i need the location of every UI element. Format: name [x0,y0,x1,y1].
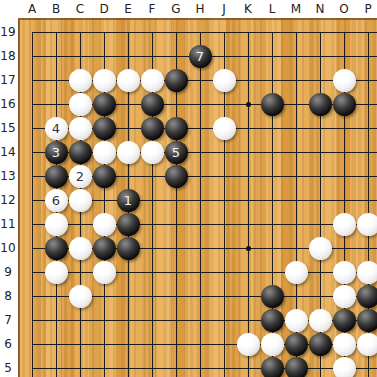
coord-label-left: 6 [0,337,16,351]
coord-label-left: 16 [0,97,16,111]
white-stone[interactable] [69,69,92,92]
white-stone[interactable] [333,285,356,308]
white-stone[interactable] [213,117,236,140]
black-stone-move-7[interactable]: 7 [189,45,212,68]
black-stone[interactable] [357,309,377,332]
black-stone[interactable] [357,285,377,308]
white-stone[interactable] [69,237,92,260]
coord-label-left: 15 [0,121,16,135]
black-stone-move-1[interactable]: 1 [117,189,140,212]
black-stone[interactable] [93,165,116,188]
white-stone[interactable] [213,69,236,92]
coord-label-top: E [119,2,137,16]
coord-label-top: N [311,2,329,16]
coord-label-top: J [215,2,233,16]
black-stone[interactable] [141,93,164,116]
black-stone[interactable] [45,165,68,188]
white-stone[interactable] [333,357,356,377]
white-stone[interactable] [357,333,377,356]
black-stone[interactable] [117,237,140,260]
white-stone[interactable] [69,117,92,140]
grid-line-horizontal [32,224,377,225]
go-app-window: ABCDEFGHJKLMNOP1918171615141312111098765… [0,0,377,377]
white-stone[interactable] [93,213,116,236]
white-stone[interactable] [285,309,308,332]
black-stone[interactable] [93,117,116,140]
coord-label-top: G [167,2,185,16]
white-stone[interactable] [69,285,92,308]
grid-line-horizontal [32,368,377,369]
black-stone[interactable] [261,309,284,332]
black-stone-move-3[interactable]: 3 [45,141,68,164]
coord-label-left: 5 [0,361,16,375]
black-stone[interactable] [261,285,284,308]
coord-label-top: H [191,2,209,16]
grid-line-horizontal [32,272,377,273]
black-stone[interactable] [333,93,356,116]
coord-label-top: C [71,2,89,16]
coord-label-top: A [23,2,41,16]
coord-label-left: 11 [0,217,16,231]
black-stone[interactable] [141,117,164,140]
coord-label-top: F [143,2,161,16]
white-stone[interactable] [333,261,356,284]
black-stone[interactable] [165,117,188,140]
coord-label-left: 17 [0,73,16,87]
black-stone[interactable] [165,165,188,188]
white-stone[interactable] [93,141,116,164]
white-stone[interactable] [117,141,140,164]
black-stone[interactable] [93,237,116,260]
white-stone[interactable] [309,237,332,260]
grid-line-horizontal [32,32,377,33]
black-stone[interactable] [69,141,92,164]
black-stone[interactable] [45,237,68,260]
star-point [246,102,251,107]
white-stone-move-4[interactable]: 4 [45,117,68,140]
grid-line-vertical [32,32,33,377]
black-stone[interactable] [333,309,356,332]
coord-label-top: O [335,2,353,16]
coord-label-top: D [95,2,113,16]
star-point [246,246,251,251]
white-stone-move-2[interactable]: 2 [69,165,92,188]
white-stone[interactable] [237,333,260,356]
white-stone[interactable] [261,333,284,356]
grid-line-vertical [200,32,201,377]
white-stone[interactable] [357,261,377,284]
coord-label-left: 12 [0,193,16,207]
black-stone[interactable] [309,93,332,116]
white-stone[interactable] [141,141,164,164]
grid-line-vertical [248,32,249,377]
coord-label-left: 13 [0,169,16,183]
white-stone[interactable] [69,189,92,212]
white-stone[interactable] [141,69,164,92]
white-stone[interactable] [45,261,68,284]
black-stone[interactable] [261,93,284,116]
white-stone[interactable] [93,261,116,284]
coord-label-left: 19 [0,25,16,39]
white-stone[interactable] [117,69,140,92]
coord-label-top: L [263,2,281,16]
coord-label-left: 8 [0,289,16,303]
white-stone[interactable] [285,261,308,284]
black-stone[interactable] [93,93,116,116]
black-stone[interactable] [285,357,308,377]
coord-label-top: P [359,2,377,16]
coord-label-left: 18 [0,49,16,63]
coord-label-left: 10 [0,241,16,255]
black-stone[interactable] [117,213,140,236]
white-stone[interactable] [309,309,332,332]
white-stone[interactable] [69,93,92,116]
white-stone[interactable] [357,213,377,236]
white-stone[interactable] [93,69,116,92]
white-stone[interactable] [333,69,356,92]
coord-label-left: 14 [0,145,16,159]
black-stone-move-5[interactable]: 5 [165,141,188,164]
coord-label-left: 7 [0,313,16,327]
coord-label-top: M [287,2,305,16]
black-stone[interactable] [285,333,308,356]
white-stone[interactable] [45,213,68,236]
coord-label-top: K [239,2,257,16]
white-stone-move-6[interactable]: 6 [45,189,68,212]
white-stone[interactable] [333,333,356,356]
black-stone[interactable] [309,333,332,356]
black-stone[interactable] [165,69,188,92]
white-stone[interactable] [333,213,356,236]
coord-label-top: B [47,2,65,16]
coord-label-left: 9 [0,265,16,279]
black-stone[interactable] [261,357,284,377]
